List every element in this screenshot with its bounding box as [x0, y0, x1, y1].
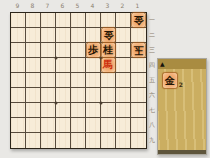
board-square-5-9[interactable] [71, 133, 86, 148]
board-square-5-8[interactable] [71, 118, 86, 133]
board-square-5-5[interactable] [71, 73, 86, 88]
board-square-7-8[interactable] [41, 118, 56, 133]
board-square-9-6[interactable] [11, 88, 26, 103]
file-label: 3 [100, 1, 115, 10]
board-square-3-7[interactable] [101, 103, 116, 118]
shogi-piece-gote-gold[interactable]: 金 [132, 13, 145, 27]
board-square-1-9[interactable] [131, 133, 146, 148]
board-square-2-5[interactable] [116, 73, 131, 88]
board-square-4-4[interactable] [86, 58, 101, 73]
file-label: 1 [130, 1, 145, 10]
board-square-6-1[interactable] [56, 13, 71, 28]
board-square-4-1[interactable] [86, 13, 101, 28]
board-square-4-5[interactable] [86, 73, 101, 88]
board-square-7-1[interactable] [41, 13, 56, 28]
komadai-hand-pieces: 金2 [158, 69, 206, 88]
board-square-4-6[interactable] [86, 88, 101, 103]
board-square-7-9[interactable] [41, 133, 56, 148]
board-square-3-4[interactable]: 馬 [101, 58, 116, 73]
board-square-8-8[interactable] [26, 118, 41, 133]
board-square-2-9[interactable] [116, 133, 131, 148]
board-square-5-1[interactable] [71, 13, 86, 28]
board-square-9-4[interactable] [11, 58, 26, 73]
board-square-9-3[interactable] [11, 43, 26, 58]
board-square-5-2[interactable] [71, 28, 86, 43]
rank-label: 二 [149, 27, 155, 42]
board-square-1-8[interactable] [131, 118, 146, 133]
board-square-1-4[interactable] [131, 58, 146, 73]
board-square-5-6[interactable] [71, 88, 86, 103]
board-square-9-5[interactable] [11, 73, 26, 88]
board-square-4-2[interactable] [86, 28, 101, 43]
shogi-piece-sente-pawn[interactable]: 歩 [87, 43, 100, 57]
board-square-9-2[interactable] [11, 28, 26, 43]
board-square-8-9[interactable] [26, 133, 41, 148]
board-square-4-9[interactable] [86, 133, 101, 148]
board-square-1-1[interactable]: 金 [131, 13, 146, 28]
rank-label: 五 [149, 72, 155, 87]
star-point [100, 102, 103, 105]
rank-label: 六 [149, 87, 155, 102]
board-square-6-6[interactable] [56, 88, 71, 103]
board-square-6-7[interactable] [56, 103, 71, 118]
tsume-shogi-diagram: 987654321 金金歩桂玉馬 一二三四五六七八九 ▲ 金2 [0, 0, 210, 158]
board-square-3-9[interactable] [101, 133, 116, 148]
board-square-7-4[interactable] [41, 58, 56, 73]
star-point [55, 102, 58, 105]
board-square-7-7[interactable] [41, 103, 56, 118]
board-square-8-4[interactable] [26, 58, 41, 73]
file-label: 2 [115, 1, 130, 10]
board-square-9-1[interactable] [11, 13, 26, 28]
board-square-3-2[interactable]: 金 [101, 28, 116, 43]
board-square-6-3[interactable] [56, 43, 71, 58]
file-label: 5 [70, 1, 85, 10]
komadai-sente: ▲ 金2 [157, 58, 207, 155]
shogi-piece-gote-gold[interactable]: 金 [102, 28, 115, 42]
board-square-6-5[interactable] [56, 73, 71, 88]
board-square-3-8[interactable] [101, 118, 116, 133]
rank-label: 三 [149, 42, 155, 57]
komadai-header: ▲ [158, 59, 206, 69]
file-label: 8 [25, 1, 40, 10]
board-square-9-9[interactable] [11, 133, 26, 148]
board-square-8-7[interactable] [26, 103, 41, 118]
file-label: 9 [10, 1, 25, 10]
shogi-piece-sente-knight[interactable]: 桂 [102, 43, 115, 57]
rank-label: 四 [149, 57, 155, 72]
board-square-9-7[interactable] [11, 103, 26, 118]
shogi-piece-gote-king[interactable]: 玉 [132, 43, 145, 57]
board-square-1-5[interactable] [131, 73, 146, 88]
board-square-5-7[interactable] [71, 103, 86, 118]
board-square-1-7[interactable] [131, 103, 146, 118]
star-point [55, 57, 58, 60]
rank-label: 一 [149, 12, 155, 27]
rank-label: 九 [149, 132, 155, 147]
board-square-3-3[interactable]: 桂 [101, 43, 116, 58]
board-square-4-3[interactable]: 歩 [86, 43, 101, 58]
file-label: 6 [55, 1, 70, 10]
file-labels: 987654321 [10, 1, 145, 10]
hand-piece-gold[interactable]: 金2 [163, 73, 177, 88]
board-square-8-1[interactable] [26, 13, 41, 28]
board-square-4-8[interactable] [86, 118, 101, 133]
rank-labels: 一二三四五六七八九 [149, 12, 155, 147]
board-square-8-2[interactable] [26, 28, 41, 43]
sente-mark-icon: ▲ [160, 61, 165, 67]
board-square-2-2[interactable] [116, 28, 131, 43]
board-square-4-7[interactable] [86, 103, 101, 118]
board-square-3-1[interactable] [101, 13, 116, 28]
board-square-6-9[interactable] [56, 133, 71, 148]
shogi-piece-sente-promoted bishop[interactable]: 馬 [102, 58, 115, 72]
board-square-2-7[interactable] [116, 103, 131, 118]
board-square-8-3[interactable] [26, 43, 41, 58]
board-square-5-4[interactable] [71, 58, 86, 73]
board-square-7-6[interactable] [41, 88, 56, 103]
board-square-2-6[interactable] [116, 88, 131, 103]
board-square-6-4[interactable] [56, 58, 71, 73]
board-square-7-2[interactable] [41, 28, 56, 43]
hand-piece-count: 2 [179, 82, 183, 88]
board-square-2-1[interactable] [116, 13, 131, 28]
board-square-3-5[interactable] [101, 73, 116, 88]
board-square-1-2[interactable] [131, 28, 146, 43]
komadai-footer [158, 150, 206, 154]
board-square-8-5[interactable] [26, 73, 41, 88]
board-square-2-4[interactable] [116, 58, 131, 73]
shogi-board[interactable]: 金金歩桂玉馬 [10, 12, 147, 149]
board-square-7-3[interactable] [41, 43, 56, 58]
board-square-9-8[interactable] [11, 118, 26, 133]
board-square-6-2[interactable] [56, 28, 71, 43]
rank-label: 八 [149, 117, 155, 132]
board-square-5-3[interactable] [71, 43, 86, 58]
board-square-3-6[interactable] [101, 88, 116, 103]
rank-label: 七 [149, 102, 155, 117]
file-label: 4 [85, 1, 100, 10]
board-square-2-3[interactable] [116, 43, 131, 58]
board-square-8-6[interactable] [26, 88, 41, 103]
file-label: 7 [40, 1, 55, 10]
board-square-1-3[interactable]: 玉 [131, 43, 146, 58]
board-square-2-8[interactable] [116, 118, 131, 133]
board-square-1-6[interactable] [131, 88, 146, 103]
board-square-7-5[interactable] [41, 73, 56, 88]
board-square-6-8[interactable] [56, 118, 71, 133]
